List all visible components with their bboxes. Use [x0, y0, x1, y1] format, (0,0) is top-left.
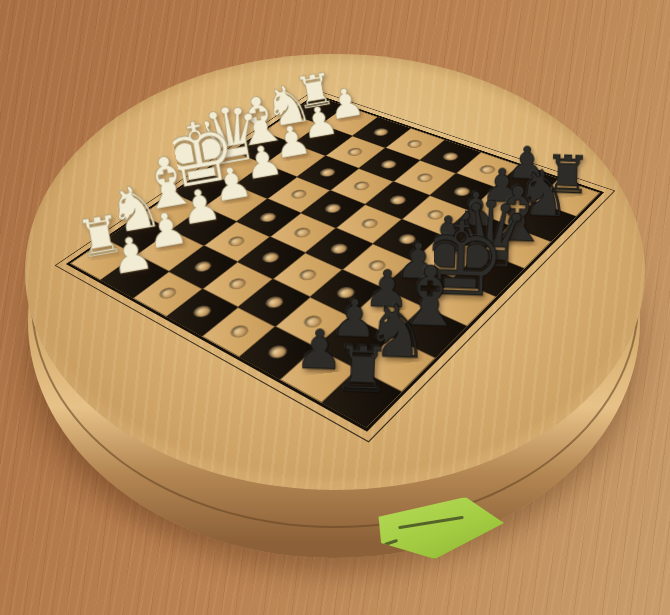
peg-hole: [259, 212, 278, 223]
sticker-pen-mark: [398, 516, 464, 529]
peg-hole: [263, 295, 284, 309]
peg-hole: [227, 277, 248, 290]
peg-hole: [192, 305, 213, 319]
peg-hole: [157, 287, 178, 300]
peg-hole: [266, 344, 289, 360]
peg-hole: [373, 127, 390, 136]
peg-hole: [318, 168, 336, 178]
peg-hole: [261, 251, 281, 264]
peg-hole: [193, 260, 213, 273]
peg-hole: [346, 147, 364, 157]
peg-hole: [293, 227, 313, 239]
peg-hole: [289, 189, 308, 200]
photo-scene: ♜♞♝♚♛♝♞♜♟♟♟♟♟♟♟♟♟♟♟♟♟♟♟♟♜♞♝♚♛♝♞♜: [0, 0, 670, 615]
peg-hole: [227, 235, 247, 247]
peg-hole: [228, 324, 250, 339]
peg-hole: [406, 139, 424, 149]
black-rook[interactable]: ♜: [333, 260, 396, 398]
